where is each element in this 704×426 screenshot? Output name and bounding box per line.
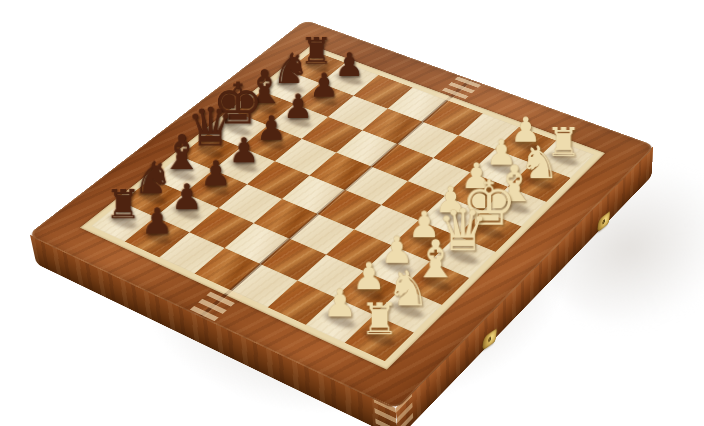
pawn-glyph: ♟	[323, 284, 357, 322]
square-h3[interactable]	[458, 113, 519, 149]
square-f5[interactable]	[336, 130, 397, 166]
rook-glyph: ♜	[105, 184, 141, 224]
square-e7[interactable]	[241, 125, 302, 161]
square-e5[interactable]	[310, 153, 372, 190]
square-h8[interactable]	[287, 51, 345, 83]
square-h5[interactable]	[388, 88, 447, 122]
square-d7[interactable]	[213, 147, 275, 184]
square-g6[interactable]	[328, 96, 388, 131]
square-g7[interactable]	[294, 83, 353, 117]
square-h6[interactable]	[354, 75, 413, 109]
square-g5[interactable]	[362, 109, 422, 144]
rook-glyph: ♜	[360, 296, 399, 340]
square-g4[interactable]	[397, 122, 458, 158]
pawn-glyph: ♟	[141, 204, 173, 240]
square-h4[interactable]	[423, 100, 483, 135]
square-f8[interactable]	[235, 91, 294, 125]
square-h7[interactable]	[320, 63, 378, 96]
seam-finger-joint-far	[436, 77, 482, 105]
pawn-glyph: ♟	[171, 180, 203, 215]
square-d8[interactable]	[180, 134, 241, 170]
chess-box: ♜♞♝♛♚♝♞♜♟♟♟♟♟♟♟♟♟♟♟♟♟♟♟♟♜♞♝♛♚♝♞♜	[27, 20, 656, 410]
square-e6[interactable]	[275, 139, 336, 176]
square-f7[interactable]	[268, 104, 328, 139]
square-d6[interactable]	[247, 161, 309, 199]
scene: ♜♞♝♛♚♝♞♜♟♟♟♟♟♟♟♟♟♟♟♟♟♟♟♟♜♞♝♛♚♝♞♜	[0, 0, 704, 426]
pawn-glyph: ♟	[352, 258, 386, 295]
square-f4[interactable]	[372, 144, 434, 181]
square-e8[interactable]	[208, 112, 268, 147]
square-g8[interactable]	[262, 71, 321, 104]
square-f6[interactable]	[302, 117, 363, 153]
